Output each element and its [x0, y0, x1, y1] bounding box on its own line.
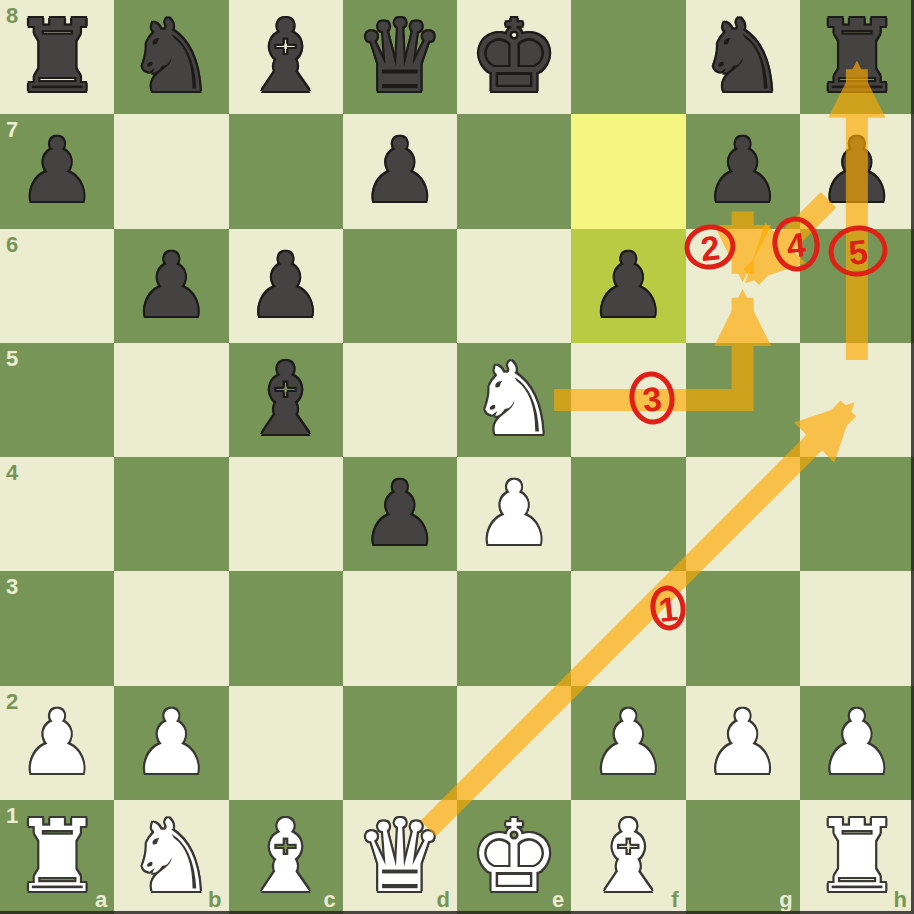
- square-f7[interactable]: [571, 114, 685, 228]
- square-e3[interactable]: [457, 571, 571, 685]
- square-c1[interactable]: c♝: [229, 800, 343, 914]
- square-d8[interactable]: ♛: [343, 0, 457, 114]
- square-c4[interactable]: [229, 457, 343, 571]
- square-h1[interactable]: h♜: [800, 800, 914, 914]
- square-b6[interactable]: ♟: [114, 229, 228, 343]
- rank-label-5: 5: [6, 346, 18, 372]
- square-a8[interactable]: 8♜: [0, 0, 114, 114]
- square-c5[interactable]: ♝: [229, 343, 343, 457]
- rank-label-2: 2: [6, 689, 18, 715]
- piece-white-bishop[interactable]: ♝: [584, 807, 674, 907]
- piece-white-queen[interactable]: ♛: [355, 807, 445, 907]
- square-a6[interactable]: 6: [0, 229, 114, 343]
- piece-black-pawn[interactable]: ♟: [703, 127, 782, 215]
- file-label-d: d: [437, 887, 450, 913]
- rank-label-7: 7: [6, 117, 18, 143]
- square-b5[interactable]: [114, 343, 228, 457]
- chess-app: 8♜♞♝♛♚♞♜7♟♟♟♟6♟♟♟5♝♞4♟♟32♟♟♟♟♟1a♜b♞c♝d♛e…: [0, 0, 914, 914]
- square-a5[interactable]: 5: [0, 343, 114, 457]
- file-label-b: b: [208, 887, 221, 913]
- file-label-c: c: [324, 887, 336, 913]
- piece-white-knight[interactable]: ♞: [127, 807, 217, 907]
- square-a7[interactable]: 7♟: [0, 114, 114, 228]
- piece-black-pawn[interactable]: ♟: [132, 242, 211, 330]
- square-e7[interactable]: [457, 114, 571, 228]
- piece-black-knight[interactable]: ♞: [698, 7, 788, 107]
- square-g8[interactable]: ♞: [686, 0, 800, 114]
- piece-black-bishop[interactable]: ♝: [241, 350, 331, 450]
- square-d2[interactable]: [343, 686, 457, 800]
- piece-black-pawn[interactable]: ♟: [360, 127, 439, 215]
- piece-black-knight[interactable]: ♞: [127, 7, 217, 107]
- rank-label-3: 3: [6, 574, 18, 600]
- file-label-e: e: [552, 887, 564, 913]
- piece-white-pawn[interactable]: ♟: [817, 699, 896, 787]
- piece-white-pawn[interactable]: ♟: [589, 699, 668, 787]
- piece-black-king[interactable]: ♚: [469, 7, 559, 107]
- square-h6[interactable]: [800, 229, 914, 343]
- square-h8[interactable]: ♜: [800, 0, 914, 114]
- square-c3[interactable]: [229, 571, 343, 685]
- square-h2[interactable]: ♟: [800, 686, 914, 800]
- square-g4[interactable]: [686, 457, 800, 571]
- piece-white-pawn[interactable]: ♟: [475, 470, 554, 558]
- square-d7[interactable]: ♟: [343, 114, 457, 228]
- piece-white-rook[interactable]: ♜: [12, 807, 102, 907]
- square-a3[interactable]: 3: [0, 571, 114, 685]
- square-c8[interactable]: ♝: [229, 0, 343, 114]
- square-f4[interactable]: [571, 457, 685, 571]
- square-b8[interactable]: ♞: [114, 0, 228, 114]
- square-e1[interactable]: e♚: [457, 800, 571, 914]
- piece-black-pawn[interactable]: ♟: [589, 242, 668, 330]
- file-label-f: f: [671, 887, 678, 913]
- rank-label-6: 6: [6, 232, 18, 258]
- square-g2[interactable]: ♟: [686, 686, 800, 800]
- square-e5[interactable]: ♞: [457, 343, 571, 457]
- piece-black-bishop[interactable]: ♝: [241, 7, 331, 107]
- square-h3[interactable]: [800, 571, 914, 685]
- square-e4[interactable]: ♟: [457, 457, 571, 571]
- square-c6[interactable]: ♟: [229, 229, 343, 343]
- piece-black-queen[interactable]: ♛: [355, 7, 445, 107]
- square-g6[interactable]: [686, 229, 800, 343]
- square-c7[interactable]: [229, 114, 343, 228]
- square-f1[interactable]: f♝: [571, 800, 685, 914]
- square-d5[interactable]: [343, 343, 457, 457]
- square-b4[interactable]: [114, 457, 228, 571]
- square-g5[interactable]: [686, 343, 800, 457]
- piece-black-pawn[interactable]: ♟: [18, 127, 97, 215]
- square-d3[interactable]: [343, 571, 457, 685]
- chess-board[interactable]: 8♜♞♝♛♚♞♜7♟♟♟♟6♟♟♟5♝♞4♟♟32♟♟♟♟♟1a♜b♞c♝d♛e…: [0, 0, 914, 914]
- square-c2[interactable]: [229, 686, 343, 800]
- piece-black-pawn[interactable]: ♟: [246, 242, 325, 330]
- square-h7[interactable]: ♟: [800, 114, 914, 228]
- square-d6[interactable]: [343, 229, 457, 343]
- piece-white-rook[interactable]: ♜: [812, 807, 902, 907]
- file-label-g: g: [779, 887, 792, 913]
- square-e6[interactable]: [457, 229, 571, 343]
- square-b7[interactable]: [114, 114, 228, 228]
- square-d1[interactable]: d♛: [343, 800, 457, 914]
- square-g1[interactable]: g: [686, 800, 800, 914]
- piece-white-pawn[interactable]: ♟: [703, 699, 782, 787]
- rank-label-4: 4: [6, 460, 18, 486]
- piece-black-rook[interactable]: ♜: [12, 7, 102, 107]
- piece-black-pawn[interactable]: ♟: [360, 470, 439, 558]
- square-e2[interactable]: [457, 686, 571, 800]
- square-a2[interactable]: 2♟: [0, 686, 114, 800]
- square-g7[interactable]: ♟: [686, 114, 800, 228]
- square-b1[interactable]: b♞: [114, 800, 228, 914]
- rank-label-1: 1: [6, 803, 18, 829]
- square-d4[interactable]: ♟: [343, 457, 457, 571]
- square-b3[interactable]: [114, 571, 228, 685]
- square-g3[interactable]: [686, 571, 800, 685]
- piece-white-bishop[interactable]: ♝: [241, 807, 331, 907]
- file-label-a: a: [95, 887, 107, 913]
- file-label-h: h: [894, 887, 907, 913]
- square-f2[interactable]: ♟: [571, 686, 685, 800]
- square-f5[interactable]: [571, 343, 685, 457]
- square-b2[interactable]: ♟: [114, 686, 228, 800]
- piece-black-pawn[interactable]: ♟: [817, 127, 896, 215]
- piece-black-rook[interactable]: ♜: [812, 7, 902, 107]
- piece-white-pawn[interactable]: ♟: [132, 699, 211, 787]
- square-h5[interactable]: [800, 343, 914, 457]
- square-a4[interactable]: 4: [0, 457, 114, 571]
- square-a1[interactable]: 1a♜: [0, 800, 114, 914]
- square-h4[interactable]: [800, 457, 914, 571]
- piece-white-king[interactable]: ♚: [469, 807, 559, 907]
- piece-white-knight[interactable]: ♞: [469, 350, 559, 450]
- square-f6[interactable]: ♟: [571, 229, 685, 343]
- square-e8[interactable]: ♚: [457, 0, 571, 114]
- square-f8[interactable]: [571, 0, 685, 114]
- rank-label-8: 8: [6, 3, 18, 29]
- piece-white-pawn[interactable]: ♟: [18, 699, 97, 787]
- square-f3[interactable]: [571, 571, 685, 685]
